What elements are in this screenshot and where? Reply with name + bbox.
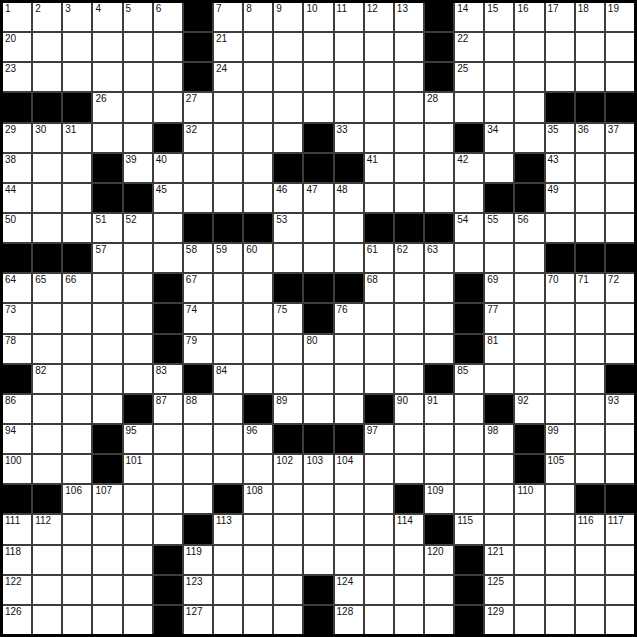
grid-cell[interactable] bbox=[244, 33, 272, 61]
grid-cell[interactable]: 74 bbox=[184, 304, 212, 332]
grid-cell[interactable] bbox=[33, 576, 61, 604]
grid-cell[interactable]: 51 bbox=[93, 214, 121, 242]
grid-cell[interactable]: 50 bbox=[3, 214, 31, 242]
grid-cell[interactable] bbox=[154, 63, 182, 91]
grid-cell[interactable] bbox=[425, 154, 453, 182]
grid-cell[interactable] bbox=[304, 63, 332, 91]
grid-cell[interactable] bbox=[274, 93, 302, 121]
grid-cell[interactable] bbox=[63, 63, 91, 91]
grid-cell[interactable]: 113 bbox=[214, 515, 242, 543]
grid-cell[interactable] bbox=[33, 184, 61, 212]
grid-cell[interactable] bbox=[124, 244, 152, 272]
grid-cell[interactable] bbox=[576, 335, 604, 363]
grid-cell[interactable] bbox=[124, 546, 152, 574]
grid-cell[interactable]: 11 bbox=[335, 3, 363, 31]
grid-cell[interactable] bbox=[244, 154, 272, 182]
grid-cell[interactable]: 66 bbox=[63, 274, 91, 302]
grid-cell[interactable] bbox=[244, 124, 272, 152]
grid-cell[interactable]: 58 bbox=[184, 244, 212, 272]
grid-cell[interactable] bbox=[365, 455, 393, 483]
grid-cell[interactable]: 72 bbox=[606, 274, 634, 302]
grid-cell[interactable] bbox=[395, 124, 423, 152]
grid-cell[interactable] bbox=[63, 154, 91, 182]
grid-cell[interactable] bbox=[546, 214, 574, 242]
grid-cell[interactable] bbox=[365, 606, 393, 634]
grid-cell[interactable]: 53 bbox=[274, 214, 302, 242]
grid-cell[interactable]: 59 bbox=[214, 244, 242, 272]
grid-cell[interactable]: 34 bbox=[485, 124, 513, 152]
grid-cell[interactable] bbox=[93, 335, 121, 363]
grid-cell[interactable] bbox=[395, 33, 423, 61]
grid-cell[interactable]: 87 bbox=[154, 395, 182, 423]
grid-cell[interactable]: 1 bbox=[3, 3, 31, 31]
grid-cell[interactable]: 48 bbox=[335, 184, 363, 212]
grid-cell[interactable] bbox=[395, 335, 423, 363]
grid-cell[interactable]: 65 bbox=[33, 274, 61, 302]
grid-cell[interactable] bbox=[93, 63, 121, 91]
grid-cell[interactable]: 75 bbox=[274, 304, 302, 332]
grid-cell[interactable] bbox=[33, 154, 61, 182]
grid-cell[interactable] bbox=[365, 515, 393, 543]
grid-cell[interactable] bbox=[63, 395, 91, 423]
grid-cell[interactable] bbox=[365, 93, 393, 121]
grid-cell[interactable]: 85 bbox=[455, 365, 483, 393]
grid-cell[interactable] bbox=[244, 335, 272, 363]
grid-cell[interactable] bbox=[546, 395, 574, 423]
grid-cell[interactable] bbox=[485, 515, 513, 543]
grid-cell[interactable] bbox=[154, 33, 182, 61]
grid-cell[interactable] bbox=[244, 606, 272, 634]
grid-cell[interactable] bbox=[154, 485, 182, 513]
grid-cell[interactable] bbox=[515, 365, 543, 393]
grid-cell[interactable] bbox=[124, 576, 152, 604]
grid-cell[interactable] bbox=[365, 33, 393, 61]
grid-cell[interactable]: 10 bbox=[304, 3, 332, 31]
grid-cell[interactable]: 71 bbox=[576, 274, 604, 302]
grid-cell[interactable]: 106 bbox=[63, 485, 91, 513]
grid-cell[interactable] bbox=[335, 515, 363, 543]
grid-cell[interactable] bbox=[425, 274, 453, 302]
grid-cell[interactable] bbox=[154, 515, 182, 543]
grid-cell[interactable] bbox=[335, 485, 363, 513]
grid-cell[interactable] bbox=[395, 606, 423, 634]
grid-cell[interactable] bbox=[154, 455, 182, 483]
grid-cell[interactable] bbox=[395, 184, 423, 212]
grid-cell[interactable]: 42 bbox=[455, 154, 483, 182]
grid-cell[interactable]: 46 bbox=[274, 184, 302, 212]
grid-cell[interactable] bbox=[214, 455, 242, 483]
grid-cell[interactable]: 57 bbox=[93, 244, 121, 272]
grid-cell[interactable]: 100 bbox=[3, 455, 31, 483]
grid-cell[interactable] bbox=[304, 546, 332, 574]
grid-cell[interactable] bbox=[214, 606, 242, 634]
grid-cell[interactable] bbox=[576, 425, 604, 453]
grid-cell[interactable] bbox=[515, 63, 543, 91]
grid-cell[interactable]: 26 bbox=[93, 93, 121, 121]
grid-cell[interactable]: 86 bbox=[3, 395, 31, 423]
grid-cell[interactable]: 102 bbox=[274, 455, 302, 483]
grid-cell[interactable]: 49 bbox=[546, 184, 574, 212]
grid-cell[interactable] bbox=[184, 154, 212, 182]
grid-cell[interactable]: 8 bbox=[244, 3, 272, 31]
grid-cell[interactable]: 40 bbox=[154, 154, 182, 182]
grid-cell[interactable]: 103 bbox=[304, 455, 332, 483]
grid-cell[interactable]: 128 bbox=[335, 606, 363, 634]
grid-cell[interactable] bbox=[274, 546, 302, 574]
grid-cell[interactable]: 12 bbox=[365, 3, 393, 31]
grid-cell[interactable] bbox=[455, 485, 483, 513]
grid-cell[interactable]: 121 bbox=[485, 546, 513, 574]
grid-cell[interactable] bbox=[274, 33, 302, 61]
grid-cell[interactable] bbox=[304, 365, 332, 393]
grid-cell[interactable] bbox=[425, 335, 453, 363]
grid-cell[interactable]: 79 bbox=[184, 335, 212, 363]
grid-cell[interactable]: 28 bbox=[425, 93, 453, 121]
grid-cell[interactable]: 2 bbox=[33, 3, 61, 31]
grid-cell[interactable] bbox=[515, 576, 543, 604]
grid-cell[interactable] bbox=[33, 33, 61, 61]
grid-cell[interactable] bbox=[214, 546, 242, 574]
grid-cell[interactable]: 22 bbox=[455, 33, 483, 61]
grid-cell[interactable]: 76 bbox=[335, 304, 363, 332]
grid-cell[interactable] bbox=[485, 63, 513, 91]
grid-cell[interactable] bbox=[455, 93, 483, 121]
grid-cell[interactable] bbox=[214, 304, 242, 332]
grid-cell[interactable] bbox=[365, 546, 393, 574]
grid-cell[interactable]: 110 bbox=[515, 485, 543, 513]
grid-cell[interactable]: 54 bbox=[455, 214, 483, 242]
grid-cell[interactable] bbox=[395, 154, 423, 182]
grid-cell[interactable] bbox=[244, 546, 272, 574]
grid-cell[interactable]: 99 bbox=[546, 425, 574, 453]
grid-cell[interactable] bbox=[395, 274, 423, 302]
grid-cell[interactable] bbox=[244, 184, 272, 212]
grid-cell[interactable]: 92 bbox=[515, 395, 543, 423]
grid-cell[interactable] bbox=[606, 304, 634, 332]
grid-cell[interactable] bbox=[93, 395, 121, 423]
grid-cell[interactable]: 61 bbox=[365, 244, 393, 272]
grid-cell[interactable] bbox=[33, 63, 61, 91]
grid-cell[interactable] bbox=[274, 576, 302, 604]
grid-cell[interactable] bbox=[425, 606, 453, 634]
grid-cell[interactable] bbox=[214, 93, 242, 121]
grid-cell[interactable] bbox=[124, 124, 152, 152]
grid-cell[interactable]: 119 bbox=[184, 546, 212, 574]
grid-cell[interactable]: 90 bbox=[395, 395, 423, 423]
grid-cell[interactable] bbox=[606, 606, 634, 634]
grid-cell[interactable]: 24 bbox=[214, 63, 242, 91]
grid-cell[interactable] bbox=[546, 335, 574, 363]
grid-cell[interactable]: 111 bbox=[3, 515, 31, 543]
grid-cell[interactable]: 13 bbox=[395, 3, 423, 31]
grid-cell[interactable]: 62 bbox=[395, 244, 423, 272]
grid-cell[interactable] bbox=[425, 455, 453, 483]
grid-cell[interactable] bbox=[244, 304, 272, 332]
grid-cell[interactable] bbox=[274, 515, 302, 543]
grid-cell[interactable] bbox=[33, 304, 61, 332]
grid-cell[interactable] bbox=[365, 124, 393, 152]
grid-cell[interactable] bbox=[63, 515, 91, 543]
grid-cell[interactable]: 105 bbox=[546, 455, 574, 483]
grid-cell[interactable]: 109 bbox=[425, 485, 453, 513]
grid-cell[interactable] bbox=[606, 546, 634, 574]
grid-cell[interactable] bbox=[274, 606, 302, 634]
grid-cell[interactable] bbox=[214, 274, 242, 302]
grid-cell[interactable] bbox=[546, 304, 574, 332]
grid-cell[interactable] bbox=[455, 455, 483, 483]
grid-cell[interactable] bbox=[546, 606, 574, 634]
grid-cell[interactable]: 44 bbox=[3, 184, 31, 212]
grid-cell[interactable] bbox=[184, 184, 212, 212]
grid-cell[interactable] bbox=[33, 606, 61, 634]
grid-cell[interactable] bbox=[93, 33, 121, 61]
grid-cell[interactable]: 115 bbox=[455, 515, 483, 543]
grid-cell[interactable] bbox=[455, 395, 483, 423]
grid-cell[interactable]: 39 bbox=[124, 154, 152, 182]
grid-cell[interactable] bbox=[124, 606, 152, 634]
grid-cell[interactable] bbox=[546, 63, 574, 91]
grid-cell[interactable] bbox=[63, 33, 91, 61]
grid-cell[interactable] bbox=[244, 455, 272, 483]
grid-cell[interactable] bbox=[124, 93, 152, 121]
grid-cell[interactable]: 73 bbox=[3, 304, 31, 332]
grid-cell[interactable] bbox=[154, 425, 182, 453]
grid-cell[interactable] bbox=[576, 63, 604, 91]
grid-cell[interactable] bbox=[606, 184, 634, 212]
grid-cell[interactable] bbox=[33, 335, 61, 363]
grid-cell[interactable] bbox=[244, 365, 272, 393]
grid-cell[interactable]: 83 bbox=[154, 365, 182, 393]
grid-cell[interactable] bbox=[606, 214, 634, 242]
grid-cell[interactable] bbox=[63, 425, 91, 453]
grid-cell[interactable]: 67 bbox=[184, 274, 212, 302]
grid-cell[interactable] bbox=[576, 546, 604, 574]
grid-cell[interactable] bbox=[304, 93, 332, 121]
grid-cell[interactable] bbox=[515, 335, 543, 363]
grid-cell[interactable]: 30 bbox=[33, 124, 61, 152]
grid-cell[interactable]: 78 bbox=[3, 335, 31, 363]
grid-cell[interactable]: 14 bbox=[455, 3, 483, 31]
grid-cell[interactable] bbox=[576, 214, 604, 242]
grid-cell[interactable] bbox=[274, 365, 302, 393]
grid-cell[interactable] bbox=[33, 214, 61, 242]
grid-cell[interactable] bbox=[335, 93, 363, 121]
grid-cell[interactable] bbox=[33, 455, 61, 483]
grid-cell[interactable] bbox=[515, 244, 543, 272]
grid-cell[interactable] bbox=[304, 214, 332, 242]
grid-cell[interactable]: 98 bbox=[485, 425, 513, 453]
grid-cell[interactable]: 118 bbox=[3, 546, 31, 574]
grid-cell[interactable] bbox=[425, 425, 453, 453]
grid-cell[interactable] bbox=[365, 63, 393, 91]
grid-cell[interactable] bbox=[63, 184, 91, 212]
grid-cell[interactable]: 124 bbox=[335, 576, 363, 604]
grid-cell[interactable] bbox=[395, 576, 423, 604]
grid-cell[interactable] bbox=[93, 606, 121, 634]
grid-cell[interactable] bbox=[365, 335, 393, 363]
grid-cell[interactable]: 17 bbox=[546, 3, 574, 31]
grid-cell[interactable]: 89 bbox=[274, 395, 302, 423]
grid-cell[interactable] bbox=[304, 33, 332, 61]
grid-cell[interactable] bbox=[63, 576, 91, 604]
grid-cell[interactable]: 41 bbox=[365, 154, 393, 182]
grid-cell[interactable] bbox=[455, 425, 483, 453]
grid-cell[interactable] bbox=[395, 304, 423, 332]
grid-cell[interactable] bbox=[485, 455, 513, 483]
grid-cell[interactable]: 126 bbox=[3, 606, 31, 634]
grid-cell[interactable] bbox=[546, 546, 574, 574]
grid-cell[interactable]: 104 bbox=[335, 455, 363, 483]
grid-cell[interactable] bbox=[515, 33, 543, 61]
grid-cell[interactable]: 107 bbox=[93, 485, 121, 513]
grid-cell[interactable] bbox=[93, 274, 121, 302]
grid-cell[interactable] bbox=[576, 576, 604, 604]
grid-cell[interactable] bbox=[214, 395, 242, 423]
grid-cell[interactable]: 15 bbox=[485, 3, 513, 31]
grid-cell[interactable] bbox=[33, 546, 61, 574]
grid-cell[interactable] bbox=[515, 546, 543, 574]
grid-cell[interactable] bbox=[515, 304, 543, 332]
grid-cell[interactable] bbox=[63, 214, 91, 242]
grid-cell[interactable] bbox=[606, 455, 634, 483]
grid-cell[interactable]: 88 bbox=[184, 395, 212, 423]
grid-cell[interactable] bbox=[274, 63, 302, 91]
grid-cell[interactable] bbox=[515, 274, 543, 302]
grid-cell[interactable]: 18 bbox=[576, 3, 604, 31]
grid-cell[interactable] bbox=[546, 485, 574, 513]
grid-cell[interactable]: 68 bbox=[365, 274, 393, 302]
grid-cell[interactable] bbox=[365, 365, 393, 393]
grid-cell[interactable]: 81 bbox=[485, 335, 513, 363]
grid-cell[interactable]: 6 bbox=[154, 3, 182, 31]
grid-cell[interactable] bbox=[63, 606, 91, 634]
grid-cell[interactable]: 55 bbox=[485, 214, 513, 242]
grid-cell[interactable]: 7 bbox=[214, 3, 242, 31]
grid-cell[interactable] bbox=[124, 304, 152, 332]
grid-cell[interactable] bbox=[576, 154, 604, 182]
grid-cell[interactable] bbox=[425, 184, 453, 212]
grid-cell[interactable]: 127 bbox=[184, 606, 212, 634]
grid-cell[interactable] bbox=[63, 304, 91, 332]
grid-cell[interactable] bbox=[63, 546, 91, 574]
grid-cell[interactable] bbox=[154, 214, 182, 242]
grid-cell[interactable] bbox=[576, 606, 604, 634]
grid-cell[interactable] bbox=[335, 244, 363, 272]
grid-cell[interactable] bbox=[576, 455, 604, 483]
grid-cell[interactable] bbox=[515, 606, 543, 634]
grid-cell[interactable] bbox=[485, 154, 513, 182]
grid-cell[interactable] bbox=[335, 214, 363, 242]
grid-cell[interactable] bbox=[515, 93, 543, 121]
grid-cell[interactable] bbox=[546, 515, 574, 543]
grid-cell[interactable]: 125 bbox=[485, 576, 513, 604]
grid-cell[interactable] bbox=[485, 93, 513, 121]
grid-cell[interactable] bbox=[485, 365, 513, 393]
grid-cell[interactable] bbox=[485, 244, 513, 272]
grid-cell[interactable] bbox=[124, 33, 152, 61]
grid-cell[interactable]: 64 bbox=[3, 274, 31, 302]
grid-cell[interactable]: 16 bbox=[515, 3, 543, 31]
grid-cell[interactable]: 36 bbox=[576, 124, 604, 152]
grid-cell[interactable] bbox=[395, 93, 423, 121]
grid-cell[interactable]: 91 bbox=[425, 395, 453, 423]
grid-cell[interactable] bbox=[214, 154, 242, 182]
grid-cell[interactable] bbox=[63, 335, 91, 363]
grid-cell[interactable] bbox=[33, 395, 61, 423]
grid-cell[interactable] bbox=[335, 546, 363, 574]
grid-cell[interactable] bbox=[214, 335, 242, 363]
grid-cell[interactable] bbox=[576, 365, 604, 393]
grid-cell[interactable]: 52 bbox=[124, 214, 152, 242]
grid-cell[interactable] bbox=[365, 576, 393, 604]
grid-cell[interactable] bbox=[33, 425, 61, 453]
grid-cell[interactable] bbox=[546, 576, 574, 604]
grid-cell[interactable]: 31 bbox=[63, 124, 91, 152]
grid-cell[interactable] bbox=[455, 244, 483, 272]
grid-cell[interactable] bbox=[546, 33, 574, 61]
grid-cell[interactable] bbox=[124, 335, 152, 363]
grid-cell[interactable]: 96 bbox=[244, 425, 272, 453]
grid-cell[interactable] bbox=[244, 515, 272, 543]
grid-cell[interactable] bbox=[304, 485, 332, 513]
grid-cell[interactable]: 93 bbox=[606, 395, 634, 423]
grid-cell[interactable]: 9 bbox=[274, 3, 302, 31]
grid-cell[interactable] bbox=[515, 515, 543, 543]
grid-cell[interactable] bbox=[214, 576, 242, 604]
grid-cell[interactable]: 35 bbox=[546, 124, 574, 152]
grid-cell[interactable] bbox=[576, 395, 604, 423]
grid-cell[interactable]: 114 bbox=[395, 515, 423, 543]
grid-cell[interactable] bbox=[124, 63, 152, 91]
grid-cell[interactable] bbox=[335, 63, 363, 91]
grid-cell[interactable] bbox=[184, 485, 212, 513]
grid-cell[interactable]: 94 bbox=[3, 425, 31, 453]
grid-cell[interactable] bbox=[485, 33, 513, 61]
grid-cell[interactable] bbox=[214, 425, 242, 453]
grid-cell[interactable] bbox=[395, 425, 423, 453]
grid-cell[interactable]: 77 bbox=[485, 304, 513, 332]
grid-cell[interactable]: 29 bbox=[3, 124, 31, 152]
grid-cell[interactable] bbox=[576, 33, 604, 61]
grid-cell[interactable] bbox=[335, 365, 363, 393]
grid-cell[interactable] bbox=[335, 395, 363, 423]
grid-cell[interactable] bbox=[244, 576, 272, 604]
grid-cell[interactable]: 82 bbox=[33, 365, 61, 393]
grid-cell[interactable]: 23 bbox=[3, 63, 31, 91]
grid-cell[interactable] bbox=[395, 455, 423, 483]
grid-cell[interactable]: 27 bbox=[184, 93, 212, 121]
grid-cell[interactable] bbox=[546, 365, 574, 393]
grid-cell[interactable] bbox=[425, 576, 453, 604]
grid-cell[interactable] bbox=[365, 304, 393, 332]
grid-cell[interactable] bbox=[124, 485, 152, 513]
grid-cell[interactable] bbox=[274, 335, 302, 363]
grid-cell[interactable] bbox=[606, 154, 634, 182]
grid-cell[interactable] bbox=[395, 546, 423, 574]
grid-cell[interactable] bbox=[606, 576, 634, 604]
grid-cell[interactable]: 20 bbox=[3, 33, 31, 61]
grid-cell[interactable] bbox=[93, 304, 121, 332]
grid-cell[interactable] bbox=[184, 425, 212, 453]
grid-cell[interactable] bbox=[214, 124, 242, 152]
grid-cell[interactable]: 5 bbox=[124, 3, 152, 31]
grid-cell[interactable] bbox=[304, 395, 332, 423]
grid-cell[interactable]: 129 bbox=[485, 606, 513, 634]
grid-cell[interactable] bbox=[63, 455, 91, 483]
grid-cell[interactable] bbox=[244, 63, 272, 91]
grid-cell[interactable] bbox=[606, 335, 634, 363]
grid-cell[interactable]: 95 bbox=[124, 425, 152, 453]
